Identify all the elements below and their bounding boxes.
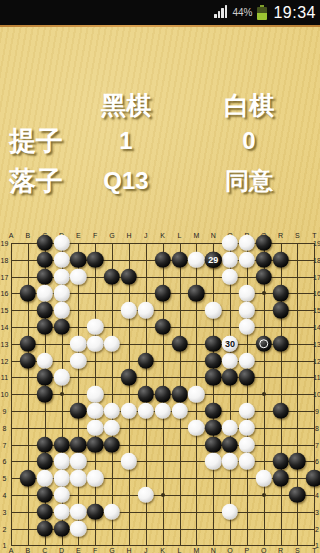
stone-numbered-30: 30: [222, 336, 238, 352]
stone-black: [36, 436, 52, 452]
stone-black: [205, 420, 221, 436]
row-label-left: 7: [3, 441, 7, 448]
stone-black: [36, 453, 52, 469]
col-label-bottom: O: [227, 547, 232, 553]
black-header: 黑棋: [101, 89, 151, 122]
col-label-bottom: E: [76, 547, 81, 553]
stone-white: [104, 403, 120, 419]
stone-white: [70, 453, 86, 469]
stone-black: [36, 504, 52, 520]
stone-black: [272, 336, 288, 352]
battery-percent: 44%: [232, 0, 252, 25]
stone-white: [222, 268, 238, 284]
col-label-bottom: D: [59, 547, 64, 553]
stone-white: [87, 336, 103, 352]
stone-white: [36, 470, 52, 486]
stone-black: [36, 235, 52, 251]
col-label-bottom: K: [160, 547, 165, 553]
stone-white: [53, 470, 69, 486]
stone-black: [20, 352, 36, 368]
stone-white: [154, 403, 170, 419]
stone-white: [53, 504, 69, 520]
stone-white: [138, 403, 154, 419]
row-label-right: 1: [315, 542, 319, 549]
stone-black: [20, 336, 36, 352]
row-label-left: 2: [3, 525, 7, 532]
stone-white: [256, 470, 272, 486]
stone-black: [256, 235, 272, 251]
stone-white: [87, 403, 103, 419]
col-label-bottom: G: [109, 547, 114, 553]
stone-black: [154, 319, 170, 335]
stone-white: [239, 319, 255, 335]
stone-black: [53, 436, 69, 452]
col-label-bottom: C: [42, 547, 47, 553]
row-label-right: 10: [313, 391, 320, 398]
col-label-bottom: J: [144, 547, 148, 553]
stone-white: [239, 420, 255, 436]
stone-black: [36, 302, 52, 318]
row-label-right: 18: [313, 256, 320, 263]
stone-black: [154, 386, 170, 402]
stone-white: [104, 336, 120, 352]
stone-black: [154, 252, 170, 268]
stone-black: [256, 252, 272, 268]
row-label-right: 9: [315, 408, 319, 415]
star-point: [262, 392, 266, 396]
stone-black: [70, 252, 86, 268]
row-label-left: 6: [3, 458, 7, 465]
stone-white: [239, 252, 255, 268]
stone-black: [36, 369, 52, 385]
stone-white: [121, 453, 137, 469]
col-label-bottom: B: [26, 547, 31, 553]
stone-white: [87, 319, 103, 335]
stone-white: [70, 336, 86, 352]
stone-black: [138, 386, 154, 402]
stone-black: [104, 436, 120, 452]
row-label-left: 8: [3, 424, 7, 431]
stone-black: [205, 403, 221, 419]
white-header: 白棋: [224, 89, 274, 122]
stone-white: [121, 403, 137, 419]
row-label-right: 19: [313, 240, 320, 247]
stone-white: [239, 403, 255, 419]
signal-bars-icon: [214, 6, 228, 19]
row-label-left: 10: [1, 391, 9, 398]
battery-icon: [257, 5, 267, 20]
star-point: [60, 392, 64, 396]
stone-black: [171, 386, 187, 402]
stone-white: [53, 302, 69, 318]
stone-white: [188, 420, 204, 436]
stone-white: [53, 487, 69, 503]
stone-black: [53, 520, 69, 536]
stone-white: [188, 252, 204, 268]
stone-black: [272, 302, 288, 318]
stone-black: [205, 436, 221, 452]
grid-line-vertical: [230, 243, 231, 546]
stone-white: [222, 453, 238, 469]
stone-black: [36, 386, 52, 402]
stone-white: [104, 504, 120, 520]
move-label: 落子: [9, 163, 63, 199]
stone-white: [104, 420, 120, 436]
row-label-right: 11: [313, 374, 320, 381]
stone-black: [222, 436, 238, 452]
stone-black: [188, 285, 204, 301]
row-label-right: 3: [315, 508, 319, 515]
stone-black: [36, 487, 52, 503]
row-label-right: 16: [313, 290, 320, 297]
stone-black: [272, 403, 288, 419]
row-label-right: 15: [313, 307, 320, 314]
stone-black: [154, 285, 170, 301]
stone-white: [36, 285, 52, 301]
app-screen: 44% 19:34 黑棋 白棋 提子 1 0 落子 Q13 同意 AA1919B…: [0, 0, 320, 553]
stone-white: [53, 235, 69, 251]
stone-black: [70, 436, 86, 452]
stone-black: [36, 319, 52, 335]
stone-black: [205, 369, 221, 385]
captures-white-value: 0: [242, 127, 255, 155]
col-label-bottom: N: [211, 547, 216, 553]
row-label-right: 13: [313, 340, 320, 347]
stone-white: [53, 268, 69, 284]
col-label-bottom: P: [245, 547, 250, 553]
row-label-right: 17: [313, 273, 320, 280]
stone-white: [53, 252, 69, 268]
stone-white: [70, 352, 86, 368]
stone-white: [53, 285, 69, 301]
stone-black: [306, 470, 320, 486]
stone-black: [20, 470, 36, 486]
row-label-right: 2: [315, 525, 319, 532]
stone-black: [272, 285, 288, 301]
grid-line-vertical: [213, 243, 214, 546]
stone-white: [70, 520, 86, 536]
stone-white: [205, 453, 221, 469]
black-move-value: Q13: [103, 167, 148, 195]
stone-numbered-29: 29: [205, 252, 221, 268]
stone-white: [70, 470, 86, 486]
stone-white: [239, 436, 255, 452]
captures-label: 提子: [9, 123, 63, 159]
col-label-bottom: A: [9, 547, 14, 553]
stone-black: [87, 252, 103, 268]
stone-white: [239, 302, 255, 318]
stone-black: [104, 268, 120, 284]
col-label-bottom: R: [278, 547, 283, 553]
stone-black: [205, 352, 221, 368]
row-label-left: 3: [3, 508, 7, 515]
stone-white: [188, 386, 204, 402]
last-move-marker: [259, 339, 269, 349]
stone-white: [222, 504, 238, 520]
row-label-left: 13: [1, 340, 9, 347]
stone-black: [121, 268, 137, 284]
stone-white: [222, 352, 238, 368]
stone-black: [256, 268, 272, 284]
stone-black: [272, 252, 288, 268]
white-move-value: 同意: [225, 165, 273, 197]
stone-black: [87, 436, 103, 452]
stone-white: [87, 470, 103, 486]
stone-white: [87, 420, 103, 436]
row-label-left: 18: [1, 256, 9, 263]
stone-white: [121, 302, 137, 318]
star-point: [161, 493, 165, 497]
stone-black: [222, 369, 238, 385]
stone-black: [171, 252, 187, 268]
stone-black: [289, 487, 305, 503]
row-label-left: 17: [1, 273, 9, 280]
row-label-right: 12: [313, 357, 320, 364]
captures-black-value: 1: [119, 127, 132, 155]
stone-white: [36, 352, 52, 368]
stone-white: [138, 302, 154, 318]
stone-black: [205, 336, 221, 352]
col-label-bottom: M: [193, 547, 199, 553]
stone-white: [222, 235, 238, 251]
status-bar: 44% 19:34: [0, 0, 320, 25]
stone-white: [222, 252, 238, 268]
stone-white: [70, 268, 86, 284]
row-label-right: 8: [315, 424, 319, 431]
stone-white: [239, 235, 255, 251]
stone-black: [36, 268, 52, 284]
stone-white: [171, 403, 187, 419]
stone-black: [20, 285, 36, 301]
col-label-bottom: Q: [261, 547, 266, 553]
col-label-bottom: L: [178, 547, 182, 553]
stone-white: [70, 504, 86, 520]
clock: 19:34: [273, 0, 316, 25]
stone-black: [272, 470, 288, 486]
row-label-left: 5: [3, 475, 7, 482]
stone-white: [239, 285, 255, 301]
stone-black: [53, 319, 69, 335]
row-label-left: 4: [3, 492, 7, 499]
col-label-bottom: H: [126, 547, 131, 553]
row-label-right: 14: [313, 324, 320, 331]
stone-white: [87, 386, 103, 402]
stone-black: [289, 453, 305, 469]
row-label-left: 9: [3, 408, 7, 415]
stone-black: [36, 252, 52, 268]
stone-black: [272, 453, 288, 469]
stone-white: [53, 369, 69, 385]
row-label-right: 7: [315, 441, 319, 448]
stone-white: [239, 352, 255, 368]
row-label-right: 4: [315, 492, 319, 499]
stone-black: [36, 520, 52, 536]
stone-black: [239, 369, 255, 385]
col-label-bottom: F: [93, 547, 97, 553]
stone-black: [70, 403, 86, 419]
row-label-left: 19: [1, 240, 9, 247]
stone-black: [87, 504, 103, 520]
game-info-panel: 黑棋 白棋 提子 1 0 落子 Q13 同意: [0, 27, 320, 233]
stone-black: [138, 352, 154, 368]
stone-white: [138, 487, 154, 503]
stone-white: [239, 453, 255, 469]
row-label-right: 6: [315, 458, 319, 465]
go-board[interactable]: AA1919BB1818CC1717DD1616EE1515FF1414GG13…: [0, 233, 320, 553]
stone-white: [222, 420, 238, 436]
row-label-left: 1: [3, 542, 7, 549]
star-point: [262, 291, 266, 295]
stone-black: [121, 369, 137, 385]
col-label-bottom: S: [295, 547, 300, 553]
row-label-left: 12: [1, 357, 9, 364]
stone-black: [171, 336, 187, 352]
row-label-left: 11: [1, 374, 8, 381]
grid-line-horizontal: [11, 428, 315, 429]
row-label-left: 14: [1, 324, 9, 331]
star-point: [262, 493, 266, 497]
row-label-left: 16: [1, 290, 9, 297]
row-label-left: 15: [1, 307, 9, 314]
stone-white: [205, 302, 221, 318]
stone-white: [53, 453, 69, 469]
